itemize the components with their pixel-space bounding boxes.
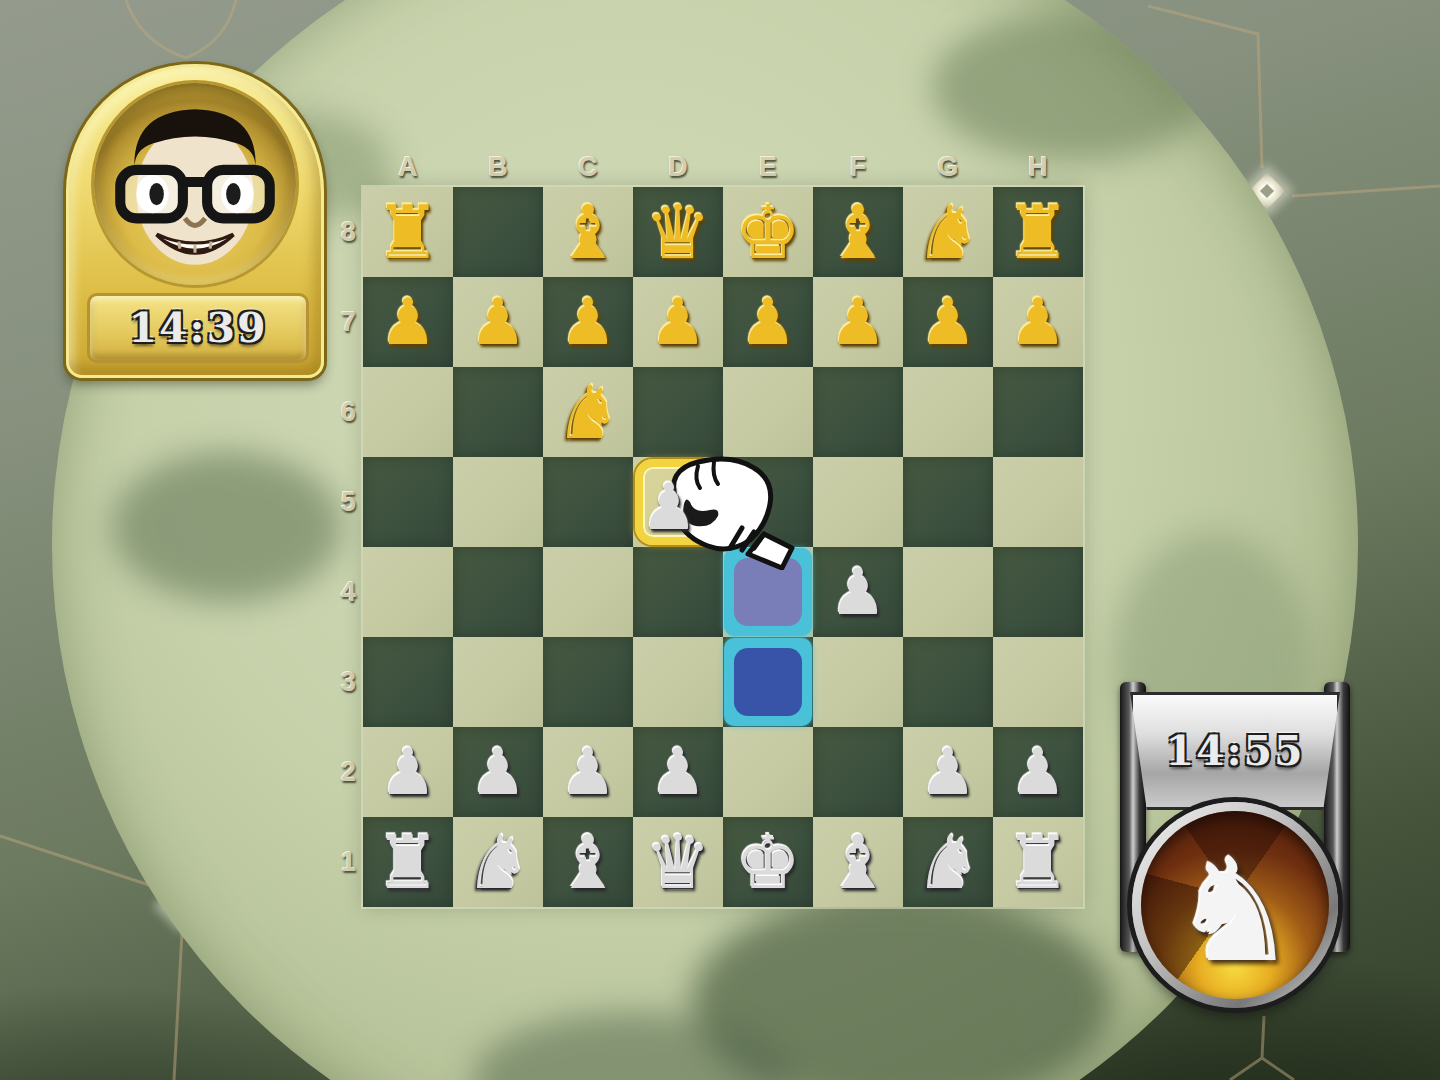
piece-gold-a8[interactable]: ♜ (375, 187, 441, 277)
square-c7[interactable]: ♟ (543, 277, 633, 367)
piece-silver-f4[interactable]: ♟ (829, 547, 886, 637)
square-d4[interactable] (633, 547, 723, 637)
square-g2[interactable]: ♟ (903, 727, 993, 817)
piece-gold-d7[interactable]: ♟ (649, 277, 706, 367)
square-b1[interactable]: ♞ (453, 817, 543, 907)
square-c4[interactable] (543, 547, 633, 637)
chess-board[interactable]: ♜♝♛♚♝♞♜♟♟♟♟♟♟♟♟♞♟♟♟♟♟♟♟♜♞♝♛♚♝♞♜ (363, 187, 1083, 907)
square-h1[interactable]: ♜ (993, 817, 1083, 907)
rank-label-6: 6 (322, 367, 356, 457)
square-d1[interactable]: ♛ (633, 817, 723, 907)
square-f1[interactable]: ♝ (813, 817, 903, 907)
piece-gold-c8[interactable]: ♝ (555, 187, 621, 277)
piece-silver-h1[interactable]: ♜ (1005, 817, 1071, 907)
move-hint-e3[interactable] (724, 638, 812, 726)
square-g6[interactable] (903, 367, 993, 457)
square-f3[interactable] (813, 637, 903, 727)
square-c1[interactable]: ♝ (543, 817, 633, 907)
piece-gold-e7[interactable]: ♟ (739, 277, 796, 367)
square-b8[interactable] (453, 187, 543, 277)
piece-gold-e8[interactable]: ♚ (735, 187, 801, 277)
square-g4[interactable] (903, 547, 993, 637)
square-d3[interactable] (633, 637, 723, 727)
file-label-a: A (363, 152, 453, 183)
square-c5[interactable] (543, 457, 633, 547)
square-h7[interactable]: ♟ (993, 277, 1083, 367)
piece-gold-a7[interactable]: ♟ (379, 277, 436, 367)
piece-silver-g2[interactable]: ♟ (919, 727, 976, 817)
square-e1[interactable]: ♚ (723, 817, 813, 907)
rank-label-8: 8 (322, 187, 356, 277)
square-d7[interactable]: ♟ (633, 277, 723, 367)
piece-silver-e1[interactable]: ♚ (735, 817, 801, 907)
mii-avatar (94, 83, 296, 285)
square-b7[interactable]: ♟ (453, 277, 543, 367)
piece-silver-a2[interactable]: ♟ (379, 727, 436, 817)
silver-player-clock: 14:55 (1165, 727, 1304, 775)
file-label-e: E (723, 152, 813, 183)
white-knight-icon: ♞ (1141, 817, 1329, 999)
square-h5[interactable] (993, 457, 1083, 547)
piece-gold-h8[interactable]: ♜ (1005, 187, 1071, 277)
piece-gold-f8[interactable]: ♝ (825, 187, 891, 277)
file-label-h: H (993, 152, 1083, 183)
square-h8[interactable]: ♜ (993, 187, 1083, 277)
piece-silver-d1[interactable]: ♛ (645, 817, 711, 907)
silver-player-badge: 14:55 ♞ (1118, 676, 1352, 1028)
square-e6[interactable] (723, 367, 813, 457)
piece-gold-c6[interactable]: ♞ (555, 367, 621, 457)
piece-gold-d8[interactable]: ♛ (645, 187, 711, 277)
rank-label-5: 5 (322, 457, 356, 547)
mii-face-icon (94, 83, 296, 285)
square-f7[interactable]: ♟ (813, 277, 903, 367)
square-d6[interactable] (633, 367, 723, 457)
knight-medallion: ♞ (1132, 802, 1338, 1008)
square-a2[interactable]: ♟ (363, 727, 453, 817)
wii-chess-screen: { "game": "chess", "app_context": "Wii C… (0, 0, 1440, 1080)
file-label-d: D (633, 152, 723, 183)
piece-gold-c7[interactable]: ♟ (559, 277, 616, 367)
piece-gold-f7[interactable]: ♟ (829, 277, 886, 367)
square-a6[interactable] (363, 367, 453, 457)
piece-silver-a1[interactable]: ♜ (375, 817, 441, 907)
square-h6[interactable] (993, 367, 1083, 457)
square-h2[interactable]: ♟ (993, 727, 1083, 817)
gold-player-badge: 14:39 (66, 64, 324, 378)
file-label-g: G (903, 152, 993, 183)
square-c6[interactable]: ♞ (543, 367, 633, 457)
rank-label-3: 3 (322, 637, 356, 727)
square-c8[interactable]: ♝ (543, 187, 633, 277)
square-a3[interactable] (363, 637, 453, 727)
rank-label-1: 1 (322, 817, 356, 907)
square-e7[interactable]: ♟ (723, 277, 813, 367)
dragged-pawn[interactable]: ♟ (633, 462, 705, 552)
rank-label-7: 7 (322, 277, 356, 367)
rank-label-4: 4 (322, 547, 356, 637)
file-label-b: B (453, 152, 543, 183)
square-h3[interactable] (993, 637, 1083, 727)
piece-silver-c1[interactable]: ♝ (555, 817, 621, 907)
square-a4[interactable] (363, 547, 453, 637)
file-label-f: F (813, 152, 903, 183)
square-a7[interactable]: ♟ (363, 277, 453, 367)
piece-silver-d2[interactable]: ♟ (649, 727, 706, 817)
square-b4[interactable] (453, 547, 543, 637)
rank-label-2: 2 (322, 727, 356, 817)
piece-silver-g1[interactable]: ♞ (915, 817, 981, 907)
square-g8[interactable]: ♞ (903, 187, 993, 277)
square-f5[interactable] (813, 457, 903, 547)
piece-gold-g8[interactable]: ♞ (915, 187, 981, 277)
piece-gold-h7[interactable]: ♟ (1009, 277, 1066, 367)
file-label-c: C (543, 152, 633, 183)
square-a5[interactable] (363, 457, 453, 547)
square-g5[interactable] (903, 457, 993, 547)
square-e4[interactable] (723, 547, 813, 637)
piece-silver-c2[interactable]: ♟ (559, 727, 616, 817)
piece-silver-b1[interactable]: ♞ (465, 817, 531, 907)
square-g3[interactable] (903, 637, 993, 727)
square-f2[interactable] (813, 727, 903, 817)
square-c2[interactable]: ♟ (543, 727, 633, 817)
move-hint-e4[interactable] (724, 548, 812, 636)
square-f4[interactable]: ♟ (813, 547, 903, 637)
square-b2[interactable]: ♟ (453, 727, 543, 817)
square-e3[interactable] (723, 637, 813, 727)
square-e5[interactable] (723, 457, 813, 547)
square-a8[interactable]: ♜ (363, 187, 453, 277)
square-d8[interactable]: ♛ (633, 187, 723, 277)
square-g1[interactable]: ♞ (903, 817, 993, 907)
piece-gold-b7[interactable]: ♟ (469, 277, 526, 367)
square-c3[interactable] (543, 637, 633, 727)
square-e2[interactable] (723, 727, 813, 817)
square-e8[interactable]: ♚ (723, 187, 813, 277)
square-b6[interactable] (453, 367, 543, 457)
gold-player-clock: 14:39 (128, 304, 267, 352)
square-h4[interactable] (993, 547, 1083, 637)
square-b5[interactable] (453, 457, 543, 547)
silver-clock-plate: 14:55 (1130, 692, 1340, 810)
piece-silver-h2[interactable]: ♟ (1009, 727, 1066, 817)
square-a1[interactable]: ♜ (363, 817, 453, 907)
square-f8[interactable]: ♝ (813, 187, 903, 277)
square-d2[interactable]: ♟ (633, 727, 723, 817)
piece-gold-g7[interactable]: ♟ (919, 277, 976, 367)
square-f6[interactable] (813, 367, 903, 457)
piece-silver-f1[interactable]: ♝ (825, 817, 891, 907)
piece-silver-b2[interactable]: ♟ (469, 727, 526, 817)
square-g7[interactable]: ♟ (903, 277, 993, 367)
gold-clock-plate: 14:39 (87, 293, 309, 363)
square-b3[interactable] (453, 637, 543, 727)
